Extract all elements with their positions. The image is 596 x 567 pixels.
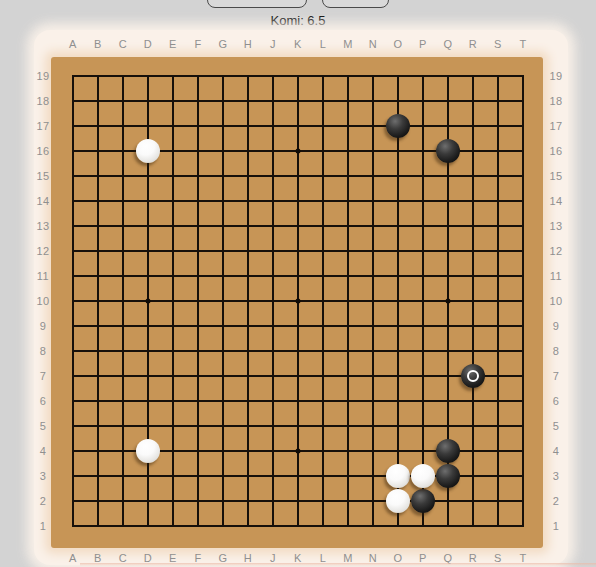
goban[interactable] — [51, 57, 543, 548]
go-app-page: Komi: 6.5 AABBCCDDEEFFGGHHJJKKLLMMNNOOPP… — [0, 0, 596, 567]
toolbar-button-1[interactable] — [207, 0, 307, 8]
toolbar-button-2[interactable] — [322, 0, 389, 8]
glow-bottom-edge — [80, 563, 596, 566]
komi-label: Komi: 6.5 — [0, 13, 596, 28]
